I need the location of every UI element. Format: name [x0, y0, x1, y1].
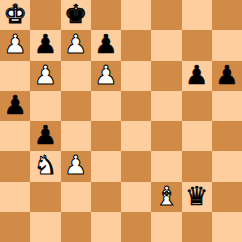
square-h1[interactable] — [212, 212, 242, 242]
square-b4[interactable]: ♟ — [30, 121, 60, 151]
square-b7[interactable]: ♟ — [30, 30, 60, 60]
square-b8[interactable] — [30, 0, 60, 30]
square-h6[interactable]: ♟ — [212, 61, 242, 91]
square-d4[interactable] — [91, 121, 121, 151]
square-e8[interactable] — [121, 0, 151, 30]
piece-black-pawn: ♟ — [94, 31, 117, 57]
piece-black-king: ♚ — [64, 1, 87, 27]
square-h3[interactable] — [212, 151, 242, 181]
piece-white-pawn: ♟ — [34, 62, 57, 88]
square-a2[interactable] — [0, 182, 30, 212]
square-b3[interactable]: ♞ — [30, 151, 60, 181]
square-h4[interactable] — [212, 121, 242, 151]
square-a4[interactable] — [0, 121, 30, 151]
square-e1[interactable] — [121, 212, 151, 242]
square-g4[interactable] — [182, 121, 212, 151]
square-d7[interactable]: ♟ — [91, 30, 121, 60]
square-g5[interactable] — [182, 91, 212, 121]
piece-white-king: ♚ — [3, 1, 26, 27]
square-e7[interactable] — [121, 30, 151, 60]
square-e4[interactable] — [121, 121, 151, 151]
square-a6[interactable] — [0, 61, 30, 91]
square-d8[interactable] — [91, 0, 121, 30]
square-f4[interactable] — [151, 121, 181, 151]
square-f3[interactable] — [151, 151, 181, 181]
square-a3[interactable] — [0, 151, 30, 181]
square-f2[interactable]: ♝ — [151, 182, 181, 212]
square-h2[interactable] — [212, 182, 242, 212]
piece-white-pawn: ♟ — [94, 62, 117, 88]
square-a5[interactable]: ♟ — [0, 91, 30, 121]
square-c4[interactable] — [61, 121, 91, 151]
square-a1[interactable] — [0, 212, 30, 242]
square-c8[interactable]: ♚ — [61, 0, 91, 30]
square-g2[interactable]: ♛ — [182, 182, 212, 212]
square-e3[interactable] — [121, 151, 151, 181]
square-d5[interactable] — [91, 91, 121, 121]
piece-white-bishop: ♝ — [155, 183, 178, 209]
square-e6[interactable] — [121, 61, 151, 91]
square-c6[interactable] — [61, 61, 91, 91]
piece-black-pawn: ♟ — [34, 122, 57, 148]
square-g6[interactable]: ♟ — [182, 61, 212, 91]
piece-white-knight: ♞ — [34, 152, 57, 178]
piece-white-pawn: ♟ — [3, 31, 26, 57]
square-b1[interactable] — [30, 212, 60, 242]
piece-black-pawn: ♟ — [215, 62, 238, 88]
square-b6[interactable]: ♟ — [30, 61, 60, 91]
square-c5[interactable] — [61, 91, 91, 121]
square-b5[interactable] — [30, 91, 60, 121]
square-g3[interactable] — [182, 151, 212, 181]
square-f1[interactable] — [151, 212, 181, 242]
square-e2[interactable] — [121, 182, 151, 212]
square-e5[interactable] — [121, 91, 151, 121]
piece-white-pawn: ♟ — [64, 152, 87, 178]
square-f5[interactable] — [151, 91, 181, 121]
square-g8[interactable] — [182, 0, 212, 30]
square-d3[interactable] — [91, 151, 121, 181]
piece-black-pawn: ♟ — [185, 62, 208, 88]
square-f7[interactable] — [151, 30, 181, 60]
piece-black-queen: ♛ — [185, 183, 208, 209]
square-g7[interactable] — [182, 30, 212, 60]
square-a7[interactable]: ♟ — [0, 30, 30, 60]
square-h7[interactable] — [212, 30, 242, 60]
square-h5[interactable] — [212, 91, 242, 121]
square-d1[interactable] — [91, 212, 121, 242]
piece-black-pawn: ♟ — [34, 31, 57, 57]
square-f6[interactable] — [151, 61, 181, 91]
square-d6[interactable]: ♟ — [91, 61, 121, 91]
square-a8[interactable]: ♚ — [0, 0, 30, 30]
square-c3[interactable]: ♟ — [61, 151, 91, 181]
square-b2[interactable] — [30, 182, 60, 212]
square-f8[interactable] — [151, 0, 181, 30]
piece-white-pawn: ♟ — [64, 31, 87, 57]
chess-board: ♚♚♟♟♟♟♟♟♟♟♟♟♞♟♝♛ — [0, 0, 242, 242]
square-d2[interactable] — [91, 182, 121, 212]
square-c7[interactable]: ♟ — [61, 30, 91, 60]
piece-black-pawn: ♟ — [3, 92, 26, 118]
square-h8[interactable] — [212, 0, 242, 30]
square-c1[interactable] — [61, 212, 91, 242]
square-g1[interactable] — [182, 212, 212, 242]
square-c2[interactable] — [61, 182, 91, 212]
